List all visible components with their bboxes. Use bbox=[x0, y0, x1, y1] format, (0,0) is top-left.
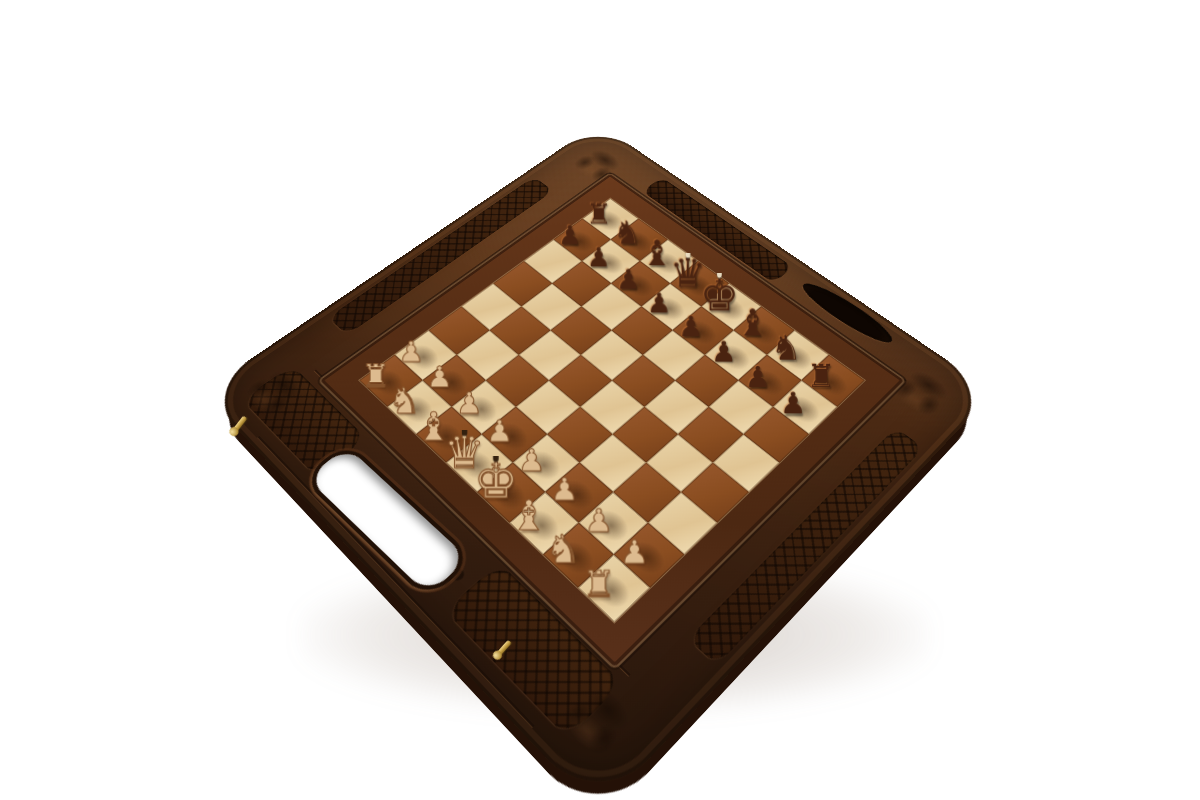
piece-white-pawn-h2[interactable]: ♟ bbox=[619, 536, 648, 568]
piece-black-pawn-d7[interactable]: ♟ bbox=[646, 289, 671, 317]
piece-white-pawn-a2[interactable]: ♟ bbox=[398, 337, 424, 365]
photo-canvas: { "scene": { "background_color": "#fffff… bbox=[0, 0, 1200, 800]
piece-black-rook-a8[interactable]: ♜ bbox=[586, 199, 612, 227]
piece-black-rook-h8[interactable]: ♜ bbox=[807, 360, 836, 392]
piece-black-pawn-h7[interactable]: ♟ bbox=[779, 389, 805, 419]
piece-black-king-e8[interactable]: ♚ bbox=[700, 273, 739, 317]
piece-black-knight-g8[interactable]: ♞ bbox=[770, 331, 801, 365]
piece-white-pawn-d2[interactable]: ♟ bbox=[486, 416, 513, 446]
piece-white-pawn-f2[interactable]: ♟ bbox=[550, 474, 578, 505]
piece-white-pawn-e2[interactable]: ♟ bbox=[517, 445, 544, 476]
finial-tip bbox=[717, 269, 722, 278]
piece-black-pawn-e7[interactable]: ♟ bbox=[678, 313, 703, 341]
piece-black-pawn-b7[interactable]: ♟ bbox=[586, 244, 610, 271]
piece-white-knight-g1[interactable]: ♞ bbox=[545, 530, 580, 569]
photo-scene: ♜♞♝♛♚♝♞♜♟♟♟♟♟♟♟♟♟♟♟♟♟♟♟♟♜♞♝♛♚♝♞♜ bbox=[318, 112, 878, 672]
piece-white-bishop-f1[interactable]: ♝ bbox=[510, 495, 547, 537]
piece-black-pawn-a7[interactable]: ♟ bbox=[558, 223, 581, 249]
square-h8[interactable]: ♜ bbox=[801, 355, 864, 407]
piece-white-pawn-g2[interactable]: ♟ bbox=[584, 505, 613, 537]
finial-tip bbox=[685, 249, 690, 257]
piece-white-pawn-c2[interactable]: ♟ bbox=[456, 389, 482, 419]
piece-black-knight-b8[interactable]: ♞ bbox=[613, 217, 641, 249]
finial-tip bbox=[493, 451, 498, 461]
piece-white-pawn-b2[interactable]: ♟ bbox=[426, 363, 452, 392]
finial-tip bbox=[461, 426, 466, 436]
piece-black-bishop-f8[interactable]: ♝ bbox=[735, 304, 768, 341]
piece-black-bishop-c8[interactable]: ♝ bbox=[641, 236, 672, 271]
piece-black-pawn-c7[interactable]: ♟ bbox=[616, 266, 640, 293]
piece-white-rook-h1[interactable]: ♜ bbox=[582, 566, 615, 603]
piece-black-pawn-g7[interactable]: ♟ bbox=[744, 363, 770, 392]
piece-black-pawn-f7[interactable]: ♟ bbox=[711, 337, 737, 365]
piece-white-rook-a1[interactable]: ♜ bbox=[361, 360, 390, 392]
